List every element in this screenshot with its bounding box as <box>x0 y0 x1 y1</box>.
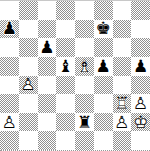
square-a2[interactable]: ♟♙ <box>0 113 19 132</box>
square-b2[interactable] <box>19 113 38 132</box>
piece-glyph: ♟ <box>38 38 57 57</box>
piece-black-bishop: ♝ <box>56 57 75 76</box>
square-h7[interactable] <box>131 20 150 39</box>
square-d6[interactable] <box>56 38 75 57</box>
square-d2[interactable] <box>56 113 75 132</box>
square-f8[interactable] <box>94 1 113 20</box>
piece-black-pawn: ♟ <box>94 57 113 76</box>
square-f3[interactable] <box>94 94 113 113</box>
square-g8[interactable] <box>113 1 132 20</box>
square-g3[interactable]: ♜♖ <box>113 94 132 113</box>
piece-black-pawn: ♟ <box>131 57 150 76</box>
square-a3[interactable] <box>0 94 19 113</box>
square-d1[interactable] <box>56 131 75 150</box>
square-e1[interactable] <box>75 131 94 150</box>
square-d5[interactable]: ♝ <box>56 57 75 76</box>
piece-glyph: ♜ <box>75 113 94 132</box>
square-g6[interactable] <box>113 38 132 57</box>
square-b8[interactable] <box>19 1 38 20</box>
chess-board-frame: ♟♚♟♝♝♗♟♟♟♙♜♖♟♙♟♙♜♟♙♚♔ <box>0 0 150 151</box>
square-b7[interactable] <box>19 20 38 39</box>
chess-board: ♟♚♟♝♝♗♟♟♟♙♜♖♟♙♟♙♜♟♙♚♔ <box>0 1 150 150</box>
square-g1[interactable] <box>113 131 132 150</box>
square-b6[interactable] <box>19 38 38 57</box>
piece-glyph: ♟ <box>94 57 113 76</box>
square-b1[interactable] <box>19 131 38 150</box>
square-e8[interactable] <box>75 1 94 20</box>
piece-white-pawn: ♟♙ <box>131 94 150 113</box>
square-h6[interactable] <box>131 38 150 57</box>
square-a1[interactable] <box>0 131 19 150</box>
square-d4[interactable] <box>56 76 75 95</box>
square-c8[interactable] <box>38 1 57 20</box>
square-c6[interactable]: ♟ <box>38 38 57 57</box>
square-g7[interactable] <box>113 20 132 39</box>
square-h4[interactable] <box>131 76 150 95</box>
square-g2[interactable]: ♟♙ <box>113 113 132 132</box>
piece-glyph: ♟ <box>0 20 19 39</box>
square-a6[interactable] <box>0 38 19 57</box>
square-b3[interactable] <box>19 94 38 113</box>
piece-glyph: ♖ <box>113 94 132 113</box>
piece-glyph: ♙ <box>131 94 150 113</box>
piece-glyph: ♙ <box>0 113 19 132</box>
square-f4[interactable] <box>94 76 113 95</box>
piece-white-king: ♚♔ <box>131 113 150 132</box>
square-c2[interactable] <box>38 113 57 132</box>
square-h2[interactable]: ♚♔ <box>131 113 150 132</box>
square-g4[interactable] <box>113 76 132 95</box>
square-a4[interactable] <box>0 76 19 95</box>
square-e4[interactable] <box>75 76 94 95</box>
piece-glyph: ♝ <box>56 57 75 76</box>
square-b4[interactable]: ♟♙ <box>19 76 38 95</box>
square-b5[interactable] <box>19 57 38 76</box>
piece-black-pawn: ♟ <box>38 38 57 57</box>
piece-white-pawn: ♟♙ <box>19 76 38 95</box>
piece-black-rook: ♜ <box>75 113 94 132</box>
square-e7[interactable] <box>75 20 94 39</box>
piece-black-pawn: ♟ <box>0 20 19 39</box>
piece-glyph: ♚ <box>94 20 113 39</box>
piece-white-bishop: ♝♗ <box>75 57 94 76</box>
square-h5[interactable]: ♟ <box>131 57 150 76</box>
piece-glyph: ♙ <box>113 113 132 132</box>
piece-glyph: ♔ <box>131 113 150 132</box>
square-e5[interactable]: ♝♗ <box>75 57 94 76</box>
square-e2[interactable]: ♜ <box>75 113 94 132</box>
square-e3[interactable] <box>75 94 94 113</box>
square-c3[interactable] <box>38 94 57 113</box>
piece-glyph: ♟ <box>131 57 150 76</box>
square-d8[interactable] <box>56 1 75 20</box>
piece-white-rook: ♜♖ <box>113 94 132 113</box>
square-d3[interactable] <box>56 94 75 113</box>
piece-glyph: ♙ <box>19 76 38 95</box>
square-h1[interactable] <box>131 131 150 150</box>
piece-white-pawn: ♟♙ <box>113 113 132 132</box>
square-e6[interactable] <box>75 38 94 57</box>
square-f7[interactable]: ♚ <box>94 20 113 39</box>
square-f2[interactable] <box>94 113 113 132</box>
piece-white-pawn: ♟♙ <box>0 113 19 132</box>
square-a8[interactable] <box>0 1 19 20</box>
square-h8[interactable] <box>131 1 150 20</box>
square-f5[interactable]: ♟ <box>94 57 113 76</box>
piece-glyph: ♗ <box>75 57 94 76</box>
piece-black-king: ♚ <box>94 20 113 39</box>
square-c5[interactable] <box>38 57 57 76</box>
square-g5[interactable] <box>113 57 132 76</box>
square-c4[interactable] <box>38 76 57 95</box>
square-d7[interactable] <box>56 20 75 39</box>
square-h3[interactable]: ♟♙ <box>131 94 150 113</box>
square-c1[interactable] <box>38 131 57 150</box>
square-f6[interactable] <box>94 38 113 57</box>
square-f1[interactable] <box>94 131 113 150</box>
square-a7[interactable]: ♟ <box>0 20 19 39</box>
square-c7[interactable] <box>38 20 57 39</box>
square-a5[interactable] <box>0 57 19 76</box>
